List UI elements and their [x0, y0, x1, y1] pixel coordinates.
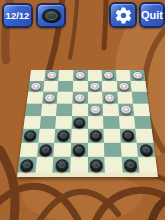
checker-piece-button[interactable]	[36, 3, 66, 28]
square-r6c3[interactable]	[57, 92, 73, 104]
square-r1c8[interactable]	[138, 157, 157, 172]
square-r2c2[interactable]	[37, 143, 55, 158]
square-r4c1[interactable]	[23, 116, 40, 129]
square-r6c4[interactable]	[72, 92, 87, 104]
square-r8c3[interactable]	[59, 70, 74, 81]
square-r3c4[interactable]	[71, 129, 87, 143]
square-r2c4[interactable]	[71, 143, 88, 158]
square-r8c7[interactable]	[116, 70, 131, 81]
gear-icon	[114, 6, 133, 25]
square-r8c4[interactable]	[73, 70, 87, 81]
square-r7c4[interactable]	[73, 81, 88, 92]
square-r4c7[interactable]	[119, 116, 136, 129]
square-r4c5[interactable]	[88, 116, 104, 129]
square-r7c8[interactable]	[131, 81, 147, 92]
square-r1c2[interactable]	[35, 157, 53, 172]
square-r1c5[interactable]	[88, 157, 105, 172]
square-r3c3[interactable]	[55, 129, 72, 143]
square-r4c3[interactable]	[55, 116, 71, 129]
pieces-remaining-value: 12/12	[6, 10, 30, 21]
black-piece[interactable]	[20, 159, 34, 170]
black-piece[interactable]	[90, 159, 103, 170]
square-r5c4[interactable]	[72, 104, 88, 116]
square-r2c3[interactable]	[54, 143, 71, 158]
square-r5c1[interactable]	[25, 104, 42, 116]
square-r8c2[interactable]	[44, 70, 59, 81]
black-piece[interactable]	[73, 144, 86, 155]
white-piece[interactable]	[44, 93, 56, 102]
board-perspective-wrapper	[17, 70, 158, 177]
black-piece[interactable]	[122, 131, 135, 141]
square-r2c8[interactable]	[137, 143, 155, 158]
square-r5c7[interactable]	[118, 104, 134, 116]
white-piece[interactable]	[89, 82, 100, 90]
square-r3c5[interactable]	[88, 129, 104, 143]
square-r8c8[interactable]	[130, 70, 146, 81]
square-r6c2[interactable]	[42, 92, 58, 104]
white-piece[interactable]	[132, 71, 143, 79]
square-r5c6[interactable]	[103, 104, 119, 116]
white-piece[interactable]	[104, 93, 116, 102]
square-r7c6[interactable]	[102, 81, 117, 92]
white-piece[interactable]	[30, 82, 42, 90]
checkers-board[interactable]	[17, 70, 158, 177]
square-r5c5[interactable]	[88, 104, 104, 116]
white-piece[interactable]	[75, 71, 86, 79]
square-r7c1[interactable]	[28, 81, 44, 92]
square-r4c2[interactable]	[39, 116, 56, 129]
square-r8c6[interactable]	[102, 70, 117, 81]
square-r6c7[interactable]	[117, 92, 133, 104]
square-r2c1[interactable]	[20, 143, 38, 158]
square-r6c6[interactable]	[102, 92, 118, 104]
square-r8c1[interactable]	[30, 70, 46, 81]
square-r3c1[interactable]	[22, 129, 40, 143]
square-r3c7[interactable]	[120, 129, 137, 143]
white-piece[interactable]	[74, 93, 85, 102]
square-r6c5[interactable]	[88, 92, 103, 104]
square-r7c7[interactable]	[116, 81, 132, 92]
black-piece[interactable]	[55, 159, 68, 170]
square-r3c2[interactable]	[38, 129, 55, 143]
square-r1c6[interactable]	[104, 157, 122, 172]
quit-button[interactable]: Quit	[139, 2, 165, 28]
black-piece[interactable]	[90, 131, 102, 141]
square-r2c7[interactable]	[120, 143, 138, 158]
square-r6c1[interactable]	[27, 92, 43, 104]
settings-button[interactable]	[109, 2, 137, 28]
square-r6c8[interactable]	[132, 92, 148, 104]
black-checker-icon	[42, 9, 61, 23]
square-r4c8[interactable]	[134, 116, 151, 129]
black-piece[interactable]	[57, 131, 69, 141]
square-r5c2[interactable]	[41, 104, 57, 116]
white-piece[interactable]	[90, 105, 102, 114]
square-r1c7[interactable]	[121, 157, 139, 172]
square-r7c2[interactable]	[43, 81, 59, 92]
pieces-remaining-counter: 12/12	[2, 3, 33, 28]
square-r8c5[interactable]	[88, 70, 102, 81]
white-piece[interactable]	[120, 105, 132, 114]
square-r7c3[interactable]	[58, 81, 73, 92]
black-piece[interactable]	[74, 118, 86, 128]
black-piece[interactable]	[39, 144, 52, 155]
white-piece[interactable]	[104, 71, 115, 79]
quit-button-label: Quit	[141, 9, 163, 21]
square-r7c5[interactable]	[88, 81, 103, 92]
square-r1c1[interactable]	[18, 157, 37, 172]
square-r4c4[interactable]	[71, 116, 87, 129]
square-r2c6[interactable]	[104, 143, 121, 158]
square-r3c6[interactable]	[104, 129, 121, 143]
square-r5c3[interactable]	[56, 104, 72, 116]
black-piece[interactable]	[139, 144, 153, 155]
square-r1c4[interactable]	[70, 157, 87, 172]
square-r5c8[interactable]	[133, 104, 150, 116]
white-piece[interactable]	[46, 71, 57, 79]
white-piece[interactable]	[118, 82, 129, 90]
square-r4c6[interactable]	[103, 116, 119, 129]
square-r2c5[interactable]	[88, 143, 105, 158]
black-piece[interactable]	[24, 131, 37, 141]
square-r1c3[interactable]	[53, 157, 71, 172]
square-r3c8[interactable]	[136, 129, 154, 143]
black-piece[interactable]	[124, 159, 138, 170]
